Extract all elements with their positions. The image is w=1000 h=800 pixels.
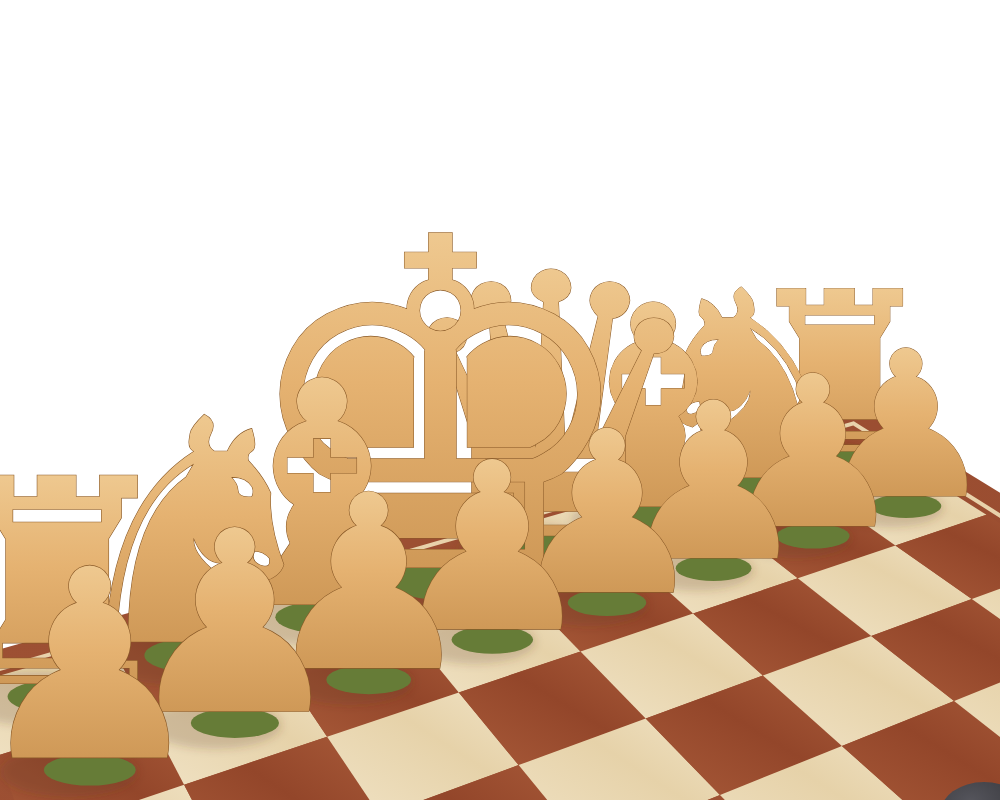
white-pawn-glyph: ♟ [0,513,208,800]
chess-board-scene: ♜♞♟♝♟♛♟♚♟♝♟♞♟♜♟♟ [0,0,1000,800]
chess-set-photo: ♜♞♟♝♟♛♟♚♟♝♟♞♟♜♟♟ [0,0,1000,800]
piece-white-pawn-h2[interactable]: ♟ [0,513,208,800]
